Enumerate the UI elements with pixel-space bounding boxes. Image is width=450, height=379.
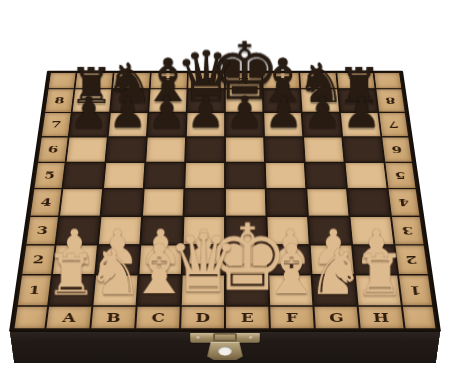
black-pawn-d7: ♟ xyxy=(186,93,225,134)
coordinate-label: 8 xyxy=(54,96,65,105)
square-b5 xyxy=(104,163,144,188)
file-label-bottom-e: E xyxy=(226,307,269,329)
square-h6 xyxy=(343,137,383,161)
black-pawn-c7: ♟ xyxy=(147,93,186,134)
coordinate-label: 2 xyxy=(405,254,418,265)
chess-board: ABCDEFGH8♜♞♝♛♚♝♞♜87♟♟♟♟♟♟♟♟7665544332♟♟♟… xyxy=(9,71,441,332)
square-b6 xyxy=(106,137,146,161)
square-d6 xyxy=(186,137,224,161)
board-grid: ABCDEFGH8♜♞♝♛♚♝♞♜87♟♟♟♟♟♟♟♟7665544332♟♟♟… xyxy=(12,72,437,330)
square-e6 xyxy=(226,137,264,161)
coordinate-label: 1 xyxy=(28,284,41,296)
coordinate-label: H xyxy=(372,311,389,323)
square-h4 xyxy=(348,189,390,215)
rank-label-left-7: 7 xyxy=(42,113,71,136)
clasp-latch xyxy=(190,333,260,364)
square-g1: ♞ xyxy=(313,275,357,305)
coordinate-label: 8 xyxy=(385,96,396,105)
square-h7: ♟ xyxy=(341,113,380,136)
file-label-bottom-b: B xyxy=(91,307,135,329)
file-label-bottom-a: A xyxy=(46,307,91,329)
square-f6 xyxy=(265,137,304,161)
rank-label-right-6: 6 xyxy=(382,137,412,161)
square-a5 xyxy=(63,163,104,188)
white-rook-h1: ♜ xyxy=(354,248,405,302)
file-label-bottom-c: C xyxy=(136,307,180,329)
coordinate-label: F xyxy=(286,311,299,323)
coordinate-label: 2 xyxy=(32,254,45,265)
clasp-hasp xyxy=(207,342,243,360)
black-pawn-a7: ♟ xyxy=(69,93,108,134)
square-g7: ♟ xyxy=(303,113,342,136)
rank-label-left-5: 5 xyxy=(34,163,64,188)
square-c4 xyxy=(143,189,183,215)
square-e5 xyxy=(226,163,265,188)
file-label-bottom-f: F xyxy=(270,307,314,329)
border-corner xyxy=(403,307,436,329)
square-b7: ♟ xyxy=(109,113,148,136)
coordinate-label: 6 xyxy=(391,145,403,155)
square-g6 xyxy=(304,137,344,161)
perspective-wrapper: ABCDEFGH8♜♞♝♛♚♝♞♜87♟♟♟♟♟♟♟♟7665544332♟♟♟… xyxy=(0,0,450,379)
black-pawn-f7: ♟ xyxy=(264,93,303,134)
box-front-edge xyxy=(9,330,440,363)
square-d1: ♛ xyxy=(182,275,224,305)
square-a6 xyxy=(67,137,107,161)
coordinate-label: 5 xyxy=(44,170,56,180)
border-corner xyxy=(15,307,48,329)
coordinate-label: C xyxy=(151,311,165,323)
square-b4 xyxy=(102,189,143,215)
square-f7: ♟ xyxy=(264,113,302,136)
square-c7: ♟ xyxy=(148,113,186,136)
coordinate-label: E xyxy=(241,311,254,323)
coordinate-label: 6 xyxy=(47,145,59,155)
rank-label-right-4: 4 xyxy=(389,189,420,215)
coordinate-label: A xyxy=(62,311,76,323)
clasp-eyelet-hole xyxy=(218,347,232,356)
file-label-bottom-g: G xyxy=(314,307,358,329)
square-f5 xyxy=(266,163,306,188)
square-h1: ♜ xyxy=(356,275,401,305)
square-h5 xyxy=(345,163,386,188)
coordinate-label: 4 xyxy=(398,197,410,207)
coordinate-label: 1 xyxy=(409,284,422,296)
white-queen-d1: ♛ xyxy=(167,226,239,302)
black-pawn-e7: ♟ xyxy=(225,93,264,134)
coordinate-label: 7 xyxy=(388,120,399,129)
black-pawn-h7: ♟ xyxy=(342,93,381,134)
coordinate-label: G xyxy=(329,311,344,323)
coordinate-label: 5 xyxy=(394,170,406,180)
square-a1: ♜ xyxy=(49,275,94,305)
black-pawn-g7: ♟ xyxy=(303,93,342,134)
white-rook-a1: ♜ xyxy=(45,248,96,302)
square-c6 xyxy=(146,137,185,161)
coordinate-label: 3 xyxy=(36,225,48,236)
square-a7: ♟ xyxy=(70,113,109,136)
coordinate-label: D xyxy=(195,311,210,323)
file-label-bottom-h: H xyxy=(359,307,404,329)
square-b1: ♞ xyxy=(93,275,137,305)
rank-label-left-6: 6 xyxy=(38,137,68,161)
clasp-plate xyxy=(190,333,260,343)
chess-set-photo: ABCDEFGH8♜♞♝♛♚♝♞♜87♟♟♟♟♟♟♟♟7665544332♟♟♟… xyxy=(0,0,450,379)
coordinate-label: B xyxy=(106,311,121,323)
clasp-catch xyxy=(213,333,237,341)
rank-label-left-4: 4 xyxy=(31,189,62,215)
black-pawn-b7: ♟ xyxy=(108,93,147,134)
rank-label-right-5: 5 xyxy=(385,163,415,188)
square-a4 xyxy=(60,189,102,215)
rank-label-right-7: 7 xyxy=(379,113,408,136)
square-g4 xyxy=(307,189,348,215)
screw-icon xyxy=(249,336,254,339)
square-c5 xyxy=(145,163,185,188)
square-e7: ♟ xyxy=(226,113,263,136)
square-g5 xyxy=(306,163,346,188)
square-f1: ♝ xyxy=(269,275,312,305)
square-d7: ♟ xyxy=(187,113,224,136)
screw-icon xyxy=(196,336,201,339)
coordinate-label: 4 xyxy=(40,197,52,207)
coordinate-label: 3 xyxy=(401,225,413,236)
square-d5 xyxy=(185,163,224,188)
coordinate-label: 7 xyxy=(51,120,62,129)
file-label-bottom-d: D xyxy=(181,307,224,329)
